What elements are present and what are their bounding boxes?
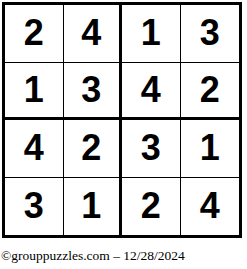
cell-r2c4[interactable]: 2	[181, 63, 240, 121]
cell-r2c1[interactable]: 1	[5, 63, 64, 121]
cell-r3c3[interactable]: 3	[122, 120, 181, 178]
cell-r3c2[interactable]: 2	[64, 120, 123, 178]
sudoku-page: 2413134242313124 ©grouppuzzles.com – 12/…	[0, 0, 247, 269]
sudoku-board: 2413134242313124	[2, 2, 242, 238]
cell-r4c2[interactable]: 1	[64, 178, 123, 236]
cell-r2c3[interactable]: 4	[122, 63, 181, 121]
copyright-credit: ©grouppuzzles.com – 12/28/2024	[1, 248, 185, 264]
cell-r1c4[interactable]: 3	[181, 5, 240, 63]
cell-r1c3[interactable]: 1	[122, 5, 181, 63]
cell-r4c4[interactable]: 4	[181, 178, 240, 236]
cell-r1c1[interactable]: 2	[5, 5, 64, 63]
cell-r1c2[interactable]: 4	[64, 5, 123, 63]
cell-r2c2[interactable]: 3	[64, 63, 123, 121]
cell-r3c1[interactable]: 4	[5, 120, 64, 178]
cell-r4c3[interactable]: 2	[122, 178, 181, 236]
cell-r4c1[interactable]: 3	[5, 178, 64, 236]
cell-r3c4[interactable]: 1	[181, 120, 240, 178]
